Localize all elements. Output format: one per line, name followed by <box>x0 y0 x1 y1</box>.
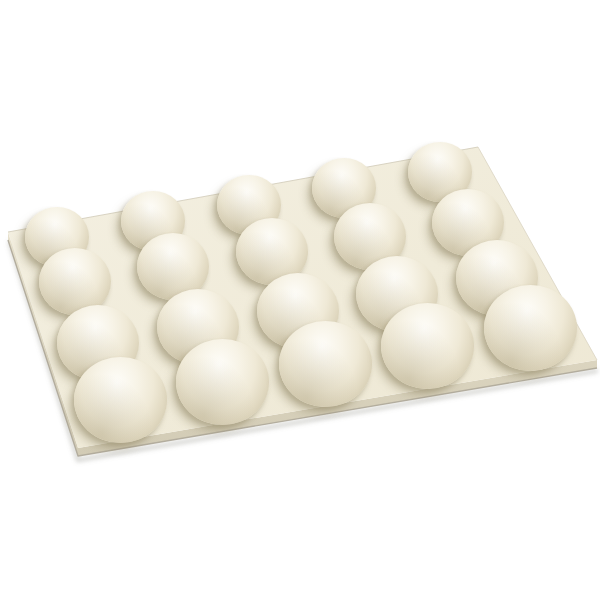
bumper-dome-r4c2 <box>176 339 269 425</box>
bumper-dome-r4c3 <box>279 321 372 407</box>
product-photo <box>0 0 600 600</box>
bumper-dome-r4c4 <box>381 303 474 389</box>
bumper-dome-r4c5 <box>484 285 577 371</box>
bumper-dome-r4c1 <box>74 357 167 443</box>
